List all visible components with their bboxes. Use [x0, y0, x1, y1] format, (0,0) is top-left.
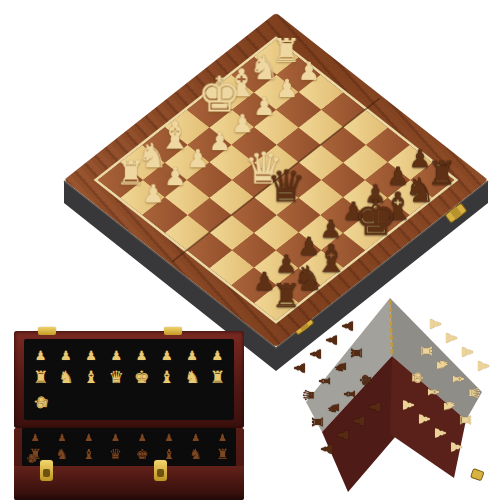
chess-piece: ♞	[434, 358, 449, 371]
case-tray-felt: ♟♟♟♟♟♟♟♟ ♜♞♝♛♚♝♞♜ ♚	[22, 428, 236, 466]
stored-piece: ♟	[111, 349, 123, 362]
chess-piece: ♜	[350, 346, 365, 359]
stored-piece: ♝	[84, 369, 99, 386]
stored-piece: ♜	[33, 369, 48, 386]
chess-piece: ♟	[352, 414, 367, 427]
chess-piece: ♟	[459, 345, 474, 358]
stored-piece: ♛	[109, 447, 122, 461]
stored-piece: ♟	[111, 433, 120, 443]
stored-piece: ♟	[186, 349, 198, 362]
chess-piece: ♜	[457, 413, 472, 426]
stored-piece: ♟	[218, 433, 227, 443]
folded-board-view: ♟♟♟♟♜♞♝♛♚♝♞♜♟♟♟♟ ♟♟♟♟♜♞♝♛♚♝♞♜♟♟♟♟	[288, 284, 500, 500]
stored-piece: ♞	[185, 369, 200, 386]
chess-piece: ♟	[400, 398, 415, 411]
chess-piece: ♟	[448, 440, 463, 453]
chess-piece: ♝	[318, 374, 333, 387]
chess-piece: ♟	[325, 333, 340, 346]
chess-piece: ♜	[311, 415, 326, 428]
stored-piece: ♚	[32, 393, 51, 411]
stored-piece: ♛	[109, 369, 124, 386]
chess-piece: ♚	[359, 373, 374, 386]
tray-loose-piece: ♚	[24, 452, 40, 465]
hinge-icon	[164, 327, 182, 335]
stored-piece: ♟	[136, 349, 148, 362]
chess-piece: ♟	[336, 428, 351, 441]
lid-piece-row: ♜♞♝♛♚♝♞♜	[28, 369, 230, 386]
stored-piece: ♟	[191, 433, 200, 443]
chess-piece: ♚	[409, 371, 424, 384]
storage-case-view: ♟♟♟♟♟♟♟♟ ♜♞♝♛♚♝♞♜ ♚ ♟♟♟♟♟♟♟♟ ♜♞♝♛♚♝♞♜ ♚	[14, 331, 244, 500]
chess-piece: ♟	[320, 442, 335, 455]
stored-piece: ♟	[31, 433, 40, 443]
stored-piece: ♝	[159, 369, 174, 386]
stored-piece: ♞	[190, 447, 203, 461]
tray-piece-row: ♜♞♝♛♚♝♞♜	[22, 447, 236, 461]
case-front-panel	[14, 466, 244, 500]
case-lid-felt: ♟♟♟♟♟♟♟♟ ♜♞♝♛♚♝♞♜ ♚	[24, 339, 234, 420]
chess-piece: ♞	[441, 399, 456, 412]
chess-piece: ♛	[302, 388, 317, 401]
drawbolt-latch-icon	[40, 460, 53, 481]
chess-piece: ♞	[334, 360, 349, 373]
stored-piece: ♟	[58, 433, 67, 443]
chess-piece: ♞	[327, 401, 342, 414]
stored-piece: ♜	[210, 369, 225, 386]
chess-piece: ♟	[368, 400, 383, 413]
chess-piece: ♟	[427, 317, 442, 330]
stored-piece: ♝	[83, 447, 96, 461]
tray-pawn-row: ♟♟♟♟♟♟♟♟	[22, 433, 236, 443]
chess-piece: ♛	[466, 386, 481, 399]
chess-piece: ♜	[418, 344, 433, 357]
drawbolt-latch-icon	[154, 460, 167, 481]
stored-piece: ♟	[165, 433, 174, 443]
edge-latch-icon	[471, 469, 484, 481]
case-lid: ♟♟♟♟♟♟♟♟ ♜♞♝♛♚♝♞♜ ♚	[14, 331, 244, 428]
stored-piece: ♞	[58, 369, 73, 386]
lid-pawn-row: ♟♟♟♟♟♟♟♟	[28, 349, 230, 362]
stored-piece: ♟	[84, 433, 93, 443]
hinge-icon	[38, 327, 56, 335]
chess-piece: ♝	[425, 385, 440, 398]
stored-piece: ♟	[85, 349, 97, 362]
chess-piece: ♟	[475, 359, 490, 372]
chess-piece: ♟	[416, 412, 431, 425]
chess-piece: ♝	[450, 372, 465, 385]
stored-piece: ♟	[60, 349, 72, 362]
stored-piece: ♟	[212, 349, 224, 362]
stored-piece: ♚	[136, 447, 149, 461]
stored-piece: ♟	[161, 349, 173, 362]
stored-piece: ♜	[216, 447, 229, 461]
chess-piece: ♟	[341, 319, 356, 332]
chess-piece: ♝	[343, 387, 358, 400]
chess-piece: ♟	[432, 426, 447, 439]
case-base: ♟♟♟♟♟♟♟♟ ♜♞♝♛♚♝♞♜ ♚	[14, 428, 244, 500]
chess-piece: ♟	[293, 361, 308, 374]
lid-loose-piece: ♚	[28, 394, 230, 411]
chess-piece: ♟	[309, 347, 324, 360]
stored-piece: ♚	[134, 369, 149, 386]
product-photo: ♜♞♝♚♝♞♜♟♟♟♟♟♟♟♟♛♛♟♟♟♟♟♟♟♟♜♞♝♚♝♞♜ ♟♟♟♟♟♟♟…	[0, 0, 500, 500]
chess-piece: ♟	[443, 331, 458, 344]
stored-piece: ♟	[138, 433, 147, 443]
stored-piece: ♞	[56, 447, 69, 461]
stored-piece: ♟	[35, 349, 47, 362]
